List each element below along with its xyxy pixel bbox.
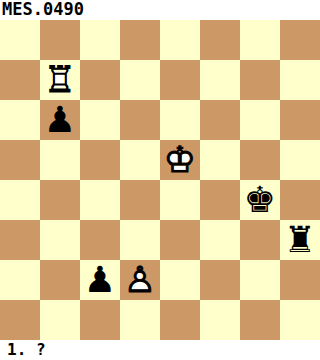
square-e3[interactable] bbox=[160, 220, 200, 260]
piece-black-pawn-b6[interactable]: ♟ bbox=[40, 100, 80, 140]
piece-white-rook-b7[interactable]: ♜♖ bbox=[40, 60, 80, 100]
square-g2[interactable] bbox=[240, 260, 280, 300]
square-a3[interactable] bbox=[0, 220, 40, 260]
puzzle-page: MES.0490 ♜♖♟♚♔♚♜♟♟♙ 1. ? bbox=[0, 0, 320, 360]
square-g6[interactable] bbox=[240, 100, 280, 140]
square-e5[interactable]: ♚♔ bbox=[160, 140, 200, 180]
square-a4[interactable] bbox=[0, 180, 40, 220]
black-king-glyph: ♚ bbox=[240, 180, 280, 220]
square-g1[interactable] bbox=[240, 300, 280, 340]
square-a1[interactable] bbox=[0, 300, 40, 340]
square-a2[interactable] bbox=[0, 260, 40, 300]
square-b4[interactable] bbox=[40, 180, 80, 220]
black-pawn-glyph: ♟ bbox=[80, 260, 120, 300]
square-d5[interactable] bbox=[120, 140, 160, 180]
piece-black-pawn-c2[interactable]: ♟ bbox=[80, 260, 120, 300]
white-pawn-outline-glyph: ♙ bbox=[120, 260, 160, 300]
square-b7[interactable]: ♜♖ bbox=[40, 60, 80, 100]
square-h1[interactable] bbox=[280, 300, 320, 340]
square-g4[interactable]: ♚ bbox=[240, 180, 280, 220]
square-f3[interactable] bbox=[200, 220, 240, 260]
square-h3[interactable]: ♜ bbox=[280, 220, 320, 260]
piece-black-king-g4[interactable]: ♚ bbox=[240, 180, 280, 220]
square-b1[interactable] bbox=[40, 300, 80, 340]
chess-board: ♜♖♟♚♔♚♜♟♟♙ bbox=[0, 20, 320, 340]
square-f8[interactable] bbox=[200, 20, 240, 60]
square-e4[interactable] bbox=[160, 180, 200, 220]
square-f2[interactable] bbox=[200, 260, 240, 300]
square-b5[interactable] bbox=[40, 140, 80, 180]
square-h7[interactable] bbox=[280, 60, 320, 100]
square-d8[interactable] bbox=[120, 20, 160, 60]
square-h4[interactable] bbox=[280, 180, 320, 220]
square-a6[interactable] bbox=[0, 100, 40, 140]
square-d7[interactable] bbox=[120, 60, 160, 100]
square-e6[interactable] bbox=[160, 100, 200, 140]
square-b2[interactable] bbox=[40, 260, 80, 300]
white-rook-outline-glyph: ♖ bbox=[40, 60, 80, 100]
square-c7[interactable] bbox=[80, 60, 120, 100]
square-f5[interactable] bbox=[200, 140, 240, 180]
square-f4[interactable] bbox=[200, 180, 240, 220]
square-b3[interactable] bbox=[40, 220, 80, 260]
square-g3[interactable] bbox=[240, 220, 280, 260]
square-h6[interactable] bbox=[280, 100, 320, 140]
square-b6[interactable]: ♟ bbox=[40, 100, 80, 140]
piece-white-pawn-d2[interactable]: ♟♙ bbox=[120, 260, 160, 300]
square-a8[interactable] bbox=[0, 20, 40, 60]
square-f7[interactable] bbox=[200, 60, 240, 100]
square-h2[interactable] bbox=[280, 260, 320, 300]
square-c4[interactable] bbox=[80, 180, 120, 220]
square-c3[interactable] bbox=[80, 220, 120, 260]
square-e1[interactable] bbox=[160, 300, 200, 340]
square-f1[interactable] bbox=[200, 300, 240, 340]
square-b8[interactable] bbox=[40, 20, 80, 60]
square-d4[interactable] bbox=[120, 180, 160, 220]
black-rook-glyph: ♜ bbox=[280, 220, 320, 260]
square-d6[interactable] bbox=[120, 100, 160, 140]
square-c8[interactable] bbox=[80, 20, 120, 60]
piece-white-king-e5[interactable]: ♚♔ bbox=[160, 140, 200, 180]
square-d3[interactable] bbox=[120, 220, 160, 260]
square-e7[interactable] bbox=[160, 60, 200, 100]
square-g8[interactable] bbox=[240, 20, 280, 60]
puzzle-title: MES.0490 bbox=[0, 0, 320, 20]
black-pawn-glyph: ♟ bbox=[40, 100, 80, 140]
square-c6[interactable] bbox=[80, 100, 120, 140]
square-g5[interactable] bbox=[240, 140, 280, 180]
white-king-outline-glyph: ♔ bbox=[160, 140, 200, 180]
square-g7[interactable] bbox=[240, 60, 280, 100]
square-a7[interactable] bbox=[0, 60, 40, 100]
square-h8[interactable] bbox=[280, 20, 320, 60]
square-c1[interactable] bbox=[80, 300, 120, 340]
move-prompt: 1. ? bbox=[0, 340, 320, 360]
piece-black-rook-h3[interactable]: ♜ bbox=[280, 220, 320, 260]
square-e2[interactable] bbox=[160, 260, 200, 300]
square-d2[interactable]: ♟♙ bbox=[120, 260, 160, 300]
square-f6[interactable] bbox=[200, 100, 240, 140]
square-a5[interactable] bbox=[0, 140, 40, 180]
square-d1[interactable] bbox=[120, 300, 160, 340]
square-h5[interactable] bbox=[280, 140, 320, 180]
square-c5[interactable] bbox=[80, 140, 120, 180]
square-e8[interactable] bbox=[160, 20, 200, 60]
square-c2[interactable]: ♟ bbox=[80, 260, 120, 300]
